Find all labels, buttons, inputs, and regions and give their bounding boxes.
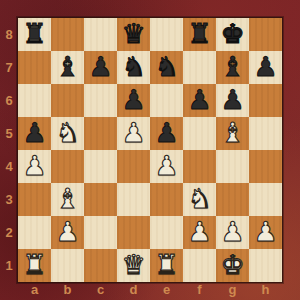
square-h4[interactable] [249, 150, 282, 183]
square-e5[interactable]: ♟ [150, 117, 183, 150]
square-f2[interactable]: ♟ [183, 216, 216, 249]
rank-label-7: 7 [0, 51, 18, 84]
file-label-h: h [249, 282, 282, 300]
rank-label-8: 8 [0, 18, 18, 51]
piece-black-pawn[interactable]: ♟ [249, 51, 282, 84]
piece-white-knight[interactable]: ♞ [51, 117, 84, 150]
square-c1[interactable] [84, 249, 117, 282]
piece-black-pawn[interactable]: ♟ [150, 117, 183, 150]
piece-white-pawn[interactable]: ♟ [249, 216, 282, 249]
square-g5[interactable]: ♝ [216, 117, 249, 150]
piece-white-rook[interactable]: ♜ [18, 249, 51, 282]
square-b4[interactable] [51, 150, 84, 183]
square-g2[interactable]: ♟ [216, 216, 249, 249]
square-d3[interactable] [117, 183, 150, 216]
square-a7[interactable] [18, 51, 51, 84]
piece-black-queen[interactable]: ♛ [117, 18, 150, 51]
square-e2[interactable] [150, 216, 183, 249]
file-label-f: f [183, 282, 216, 300]
square-g3[interactable] [216, 183, 249, 216]
square-d8[interactable]: ♛ [117, 18, 150, 51]
rank-label-2: 2 [0, 216, 18, 249]
square-b3[interactable]: ♝ [51, 183, 84, 216]
piece-black-rook[interactable]: ♜ [183, 18, 216, 51]
square-c3[interactable] [84, 183, 117, 216]
rank-label-6: 6 [0, 84, 18, 117]
piece-white-pawn[interactable]: ♟ [183, 216, 216, 249]
square-a4[interactable]: ♟ [18, 150, 51, 183]
square-c2[interactable] [84, 216, 117, 249]
piece-black-pawn[interactable]: ♟ [183, 84, 216, 117]
square-c5[interactable] [84, 117, 117, 150]
file-label-b: b [51, 282, 84, 300]
square-h2[interactable]: ♟ [249, 216, 282, 249]
rank-label-3: 3 [0, 183, 18, 216]
piece-black-pawn[interactable]: ♟ [117, 84, 150, 117]
square-b7[interactable]: ♝ [51, 51, 84, 84]
square-e3[interactable] [150, 183, 183, 216]
square-c6[interactable] [84, 84, 117, 117]
square-d2[interactable] [117, 216, 150, 249]
square-b6[interactable] [51, 84, 84, 117]
square-c7[interactable]: ♟ [84, 51, 117, 84]
file-label-g: g [216, 282, 249, 300]
square-g6[interactable]: ♟ [216, 84, 249, 117]
rank-label-1: 1 [0, 249, 18, 282]
square-d4[interactable] [117, 150, 150, 183]
square-h8[interactable] [249, 18, 282, 51]
file-label-d: d [117, 282, 150, 300]
square-b5[interactable]: ♞ [51, 117, 84, 150]
piece-white-knight[interactable]: ♞ [183, 183, 216, 216]
piece-white-pawn[interactable]: ♟ [51, 216, 84, 249]
square-f8[interactable]: ♜ [183, 18, 216, 51]
square-c8[interactable] [84, 18, 117, 51]
square-f6[interactable]: ♟ [183, 84, 216, 117]
square-g7[interactable]: ♝ [216, 51, 249, 84]
square-c4[interactable] [84, 150, 117, 183]
piece-white-rook[interactable]: ♜ [150, 249, 183, 282]
square-e4[interactable]: ♟ [150, 150, 183, 183]
piece-white-bishop[interactable]: ♝ [51, 183, 84, 216]
square-a8[interactable]: ♜ [18, 18, 51, 51]
piece-black-pawn[interactable]: ♟ [84, 51, 117, 84]
square-f1[interactable] [183, 249, 216, 282]
piece-black-knight[interactable]: ♞ [150, 51, 183, 84]
square-f7[interactable] [183, 51, 216, 84]
square-f4[interactable] [183, 150, 216, 183]
piece-black-king[interactable]: ♚ [216, 18, 249, 51]
rank-label-5: 5 [0, 117, 18, 150]
square-b8[interactable] [51, 18, 84, 51]
piece-white-pawn[interactable]: ♟ [150, 150, 183, 183]
file-label-e: e [150, 282, 183, 300]
piece-black-rook[interactable]: ♜ [18, 18, 51, 51]
file-label-c: c [84, 282, 117, 300]
square-a1[interactable]: ♜ [18, 249, 51, 282]
square-h1[interactable] [249, 249, 282, 282]
square-h5[interactable] [249, 117, 282, 150]
square-a2[interactable] [18, 216, 51, 249]
piece-white-pawn[interactable]: ♟ [117, 117, 150, 150]
square-d5[interactable]: ♟ [117, 117, 150, 150]
square-f5[interactable] [183, 117, 216, 150]
file-label-a: a [18, 282, 51, 300]
square-a3[interactable] [18, 183, 51, 216]
square-g1[interactable]: ♚ [216, 249, 249, 282]
piece-black-pawn[interactable]: ♟ [18, 117, 51, 150]
square-g8[interactable]: ♚ [216, 18, 249, 51]
square-h6[interactable] [249, 84, 282, 117]
square-h3[interactable] [249, 183, 282, 216]
rank-label-4: 4 [0, 150, 18, 183]
chessboard-frame: ♜♛♜♚♝♟♞♞♝♟♟♟♟♟♞♟♟♝♟♟♝♞♟♟♟♟♜♛♜♚ 87654321 … [0, 0, 300, 300]
square-a6[interactable] [18, 84, 51, 117]
square-b1[interactable] [51, 249, 84, 282]
piece-black-bishop[interactable]: ♝ [51, 51, 84, 84]
piece-white-pawn[interactable]: ♟ [216, 216, 249, 249]
piece-white-king[interactable]: ♚ [216, 249, 249, 282]
square-d1[interactable]: ♛ [117, 249, 150, 282]
square-f3[interactable]: ♞ [183, 183, 216, 216]
piece-black-pawn[interactable]: ♟ [216, 84, 249, 117]
square-d6[interactable]: ♟ [117, 84, 150, 117]
piece-white-bishop[interactable]: ♝ [216, 117, 249, 150]
square-d7[interactable]: ♞ [117, 51, 150, 84]
square-g4[interactable] [216, 150, 249, 183]
piece-black-bishop[interactable]: ♝ [216, 51, 249, 84]
square-e7[interactable]: ♞ [150, 51, 183, 84]
square-a5[interactable]: ♟ [18, 117, 51, 150]
square-e1[interactable]: ♜ [150, 249, 183, 282]
piece-white-queen[interactable]: ♛ [117, 249, 150, 282]
piece-white-pawn[interactable]: ♟ [18, 150, 51, 183]
square-e8[interactable] [150, 18, 183, 51]
square-e6[interactable] [150, 84, 183, 117]
square-b2[interactable]: ♟ [51, 216, 84, 249]
square-h7[interactable]: ♟ [249, 51, 282, 84]
chess-board: ♜♛♜♚♝♟♞♞♝♟♟♟♟♟♞♟♟♝♟♟♝♞♟♟♟♟♜♛♜♚ [18, 18, 282, 282]
piece-black-knight[interactable]: ♞ [117, 51, 150, 84]
